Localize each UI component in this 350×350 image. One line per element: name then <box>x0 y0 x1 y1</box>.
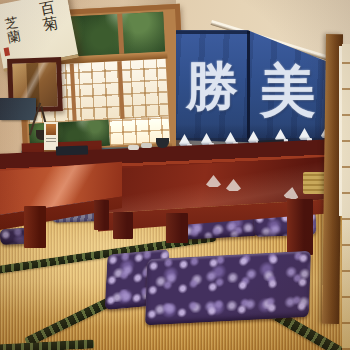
serving-tray <box>56 145 88 155</box>
menu-stand-textline <box>46 138 56 139</box>
plaque-column-right: 百菊 <box>39 0 60 34</box>
wall-poster <box>0 98 36 120</box>
foreground-table <box>98 153 350 265</box>
shoji-door <box>342 44 350 350</box>
menu-stand-photo <box>46 124 56 135</box>
restaurant-interior-photo: 百菊 芝蘭 勝 美 <box>0 0 350 350</box>
table-leg <box>24 206 46 248</box>
table-leg <box>94 200 109 230</box>
dish-stack <box>128 145 139 150</box>
plaque-seal <box>4 47 10 56</box>
left-foreground-table <box>0 158 122 254</box>
noren-kanji-left: 勝 <box>186 60 238 112</box>
noren-rod <box>176 30 250 34</box>
plaque-column-left: 芝蘭 <box>4 15 22 44</box>
table-leg <box>287 199 313 255</box>
menu-stand-textline <box>46 141 56 142</box>
table-leg <box>166 213 188 243</box>
noren-kanji-right: 美 <box>260 62 316 118</box>
zabuton-cushion <box>145 251 311 326</box>
dish-stack <box>141 143 152 148</box>
